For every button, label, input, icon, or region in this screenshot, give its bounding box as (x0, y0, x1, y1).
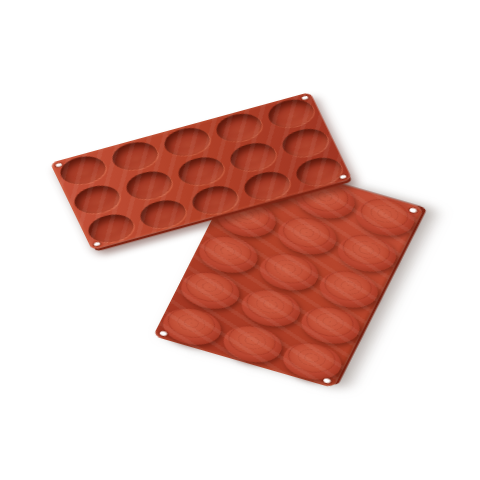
cavity (135, 196, 190, 233)
corner-hole (339, 174, 347, 179)
cavity (225, 138, 280, 175)
bump-top-face (302, 303, 358, 341)
bump (216, 320, 288, 368)
bump-top-face (200, 232, 256, 270)
bump-top-face (356, 195, 412, 233)
corner-hole (93, 242, 101, 247)
cavity (263, 95, 318, 132)
bump (276, 337, 348, 385)
cavity (277, 124, 332, 161)
bump (156, 302, 228, 350)
cavity (211, 109, 266, 146)
corner-hole (301, 95, 309, 100)
cavity (159, 124, 214, 161)
bump-top-face (320, 267, 376, 305)
corner-hole (323, 378, 332, 384)
bump-top-face (242, 286, 298, 324)
cavity (173, 153, 228, 190)
bump-top-face (278, 214, 334, 252)
bump-top-face (164, 304, 220, 342)
bump-top-face (260, 250, 316, 288)
cavity (121, 167, 176, 204)
cavity (83, 210, 138, 247)
bump-top-face (284, 339, 340, 377)
cavity (69, 181, 124, 218)
cavity (107, 138, 162, 175)
bump-top-face (224, 322, 280, 360)
bump-top-face (182, 268, 238, 306)
bump-top-face (338, 231, 394, 269)
product-photo (0, 0, 480, 480)
cavity (55, 152, 110, 189)
